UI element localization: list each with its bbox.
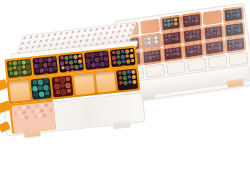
bead xyxy=(18,111,21,114)
bead xyxy=(13,106,16,109)
bead xyxy=(17,61,20,64)
bead xyxy=(60,61,64,65)
compartment xyxy=(223,7,243,23)
bead xyxy=(207,29,209,31)
bead xyxy=(112,56,116,60)
bead xyxy=(237,13,240,16)
bead xyxy=(132,80,136,84)
bead xyxy=(112,51,115,54)
bead xyxy=(194,50,196,52)
bead xyxy=(27,70,30,73)
bead xyxy=(48,63,51,66)
bead xyxy=(31,109,35,113)
compartment xyxy=(140,19,160,35)
bead xyxy=(26,65,30,69)
bead xyxy=(172,34,174,36)
bead xyxy=(171,19,173,21)
bead xyxy=(52,62,56,66)
bead xyxy=(121,55,125,59)
compartment xyxy=(205,40,225,56)
bead xyxy=(44,68,47,71)
compartment xyxy=(58,53,84,72)
bead xyxy=(36,109,39,112)
bead xyxy=(122,71,126,75)
bead xyxy=(74,60,77,63)
compartment xyxy=(95,71,117,93)
bead xyxy=(54,84,59,89)
bead xyxy=(231,29,234,32)
bead xyxy=(104,52,107,55)
bead xyxy=(188,20,191,23)
bead xyxy=(167,19,170,22)
bead xyxy=(49,103,52,106)
bead xyxy=(145,53,147,55)
bead xyxy=(35,104,39,108)
bead xyxy=(233,10,235,12)
bead xyxy=(48,67,52,71)
bead xyxy=(167,23,170,26)
bead xyxy=(100,62,104,66)
bead xyxy=(129,49,132,52)
bead xyxy=(236,44,238,46)
bead xyxy=(59,77,64,82)
bead xyxy=(172,38,174,40)
bead xyxy=(192,20,194,22)
bead xyxy=(165,39,167,41)
bead xyxy=(234,14,236,16)
bead xyxy=(44,103,48,107)
compartment xyxy=(224,22,244,38)
bead xyxy=(126,59,130,63)
bead xyxy=(60,56,63,59)
bead xyxy=(188,16,191,19)
bead xyxy=(176,48,179,51)
bead xyxy=(176,52,179,55)
bead xyxy=(22,65,25,68)
box-foot xyxy=(226,78,245,88)
bead xyxy=(128,80,131,83)
bead xyxy=(185,21,187,23)
bead xyxy=(8,67,12,71)
bead xyxy=(164,24,166,26)
compartment xyxy=(182,13,202,29)
bead xyxy=(118,71,121,74)
bead xyxy=(217,31,220,34)
bead xyxy=(49,108,53,112)
bead xyxy=(175,37,178,40)
bead xyxy=(95,53,98,56)
bead xyxy=(117,60,121,64)
bead xyxy=(42,113,46,117)
bead xyxy=(17,106,21,110)
bead xyxy=(123,81,127,85)
bead xyxy=(117,55,120,58)
bead xyxy=(227,15,229,17)
bead xyxy=(190,50,193,53)
bead xyxy=(43,63,47,67)
bead xyxy=(218,46,221,49)
bead xyxy=(40,109,44,113)
bead xyxy=(229,45,231,47)
bead xyxy=(22,110,26,114)
compartment xyxy=(52,75,74,97)
bead xyxy=(236,9,239,12)
bead xyxy=(144,38,146,40)
bead xyxy=(125,49,129,53)
bead xyxy=(154,36,157,39)
bead xyxy=(22,106,25,109)
bead xyxy=(39,86,43,90)
bead xyxy=(38,114,41,117)
bead xyxy=(149,56,152,59)
bead xyxy=(69,55,72,58)
bead xyxy=(238,28,241,31)
compartment xyxy=(30,78,52,100)
bead xyxy=(18,71,21,74)
bead xyxy=(79,64,82,67)
compartment xyxy=(116,69,138,91)
bead xyxy=(173,53,175,55)
bead xyxy=(122,76,126,80)
bead xyxy=(210,32,213,35)
compartment xyxy=(73,73,95,95)
compartment xyxy=(110,48,136,67)
bead xyxy=(44,79,48,83)
bead xyxy=(228,26,230,28)
bead xyxy=(60,89,65,94)
bead xyxy=(197,49,200,52)
bead xyxy=(45,91,49,95)
compartment xyxy=(32,56,58,75)
bead xyxy=(24,115,28,119)
bead xyxy=(69,60,73,64)
bead xyxy=(229,41,231,43)
bead xyxy=(214,32,216,34)
product-photo-scene xyxy=(0,0,250,179)
bead xyxy=(211,43,214,46)
bead xyxy=(174,22,177,25)
bead xyxy=(65,77,69,81)
bead xyxy=(87,63,90,66)
bead xyxy=(217,27,220,30)
bead xyxy=(156,55,159,58)
bead xyxy=(190,46,193,49)
bead xyxy=(208,48,210,50)
bead xyxy=(74,65,78,69)
bead xyxy=(166,50,168,52)
bead xyxy=(236,40,238,42)
bead xyxy=(131,75,135,79)
bead xyxy=(193,35,195,37)
bead xyxy=(26,105,30,109)
bead xyxy=(65,61,68,64)
bead xyxy=(195,15,198,18)
bead xyxy=(122,60,125,63)
bead xyxy=(169,49,172,52)
bead xyxy=(13,71,17,75)
compartment xyxy=(184,43,204,59)
bead xyxy=(228,30,230,32)
bead xyxy=(237,24,240,27)
bead xyxy=(33,86,38,91)
bead xyxy=(227,11,229,13)
bead xyxy=(211,47,214,50)
bead xyxy=(174,18,177,21)
bead xyxy=(86,58,90,62)
bead xyxy=(235,29,237,31)
bead xyxy=(27,110,30,113)
bead xyxy=(66,89,70,93)
bead xyxy=(33,80,37,84)
compartment xyxy=(141,34,161,50)
bead xyxy=(126,54,129,57)
bead xyxy=(65,83,70,88)
compartment xyxy=(203,10,223,26)
bead xyxy=(53,67,56,70)
bead xyxy=(34,64,38,68)
bead xyxy=(164,20,166,22)
compartment xyxy=(7,59,33,78)
compartment xyxy=(84,51,110,70)
bead xyxy=(189,31,192,34)
bead xyxy=(230,14,233,17)
bead xyxy=(121,50,124,53)
bead xyxy=(130,54,134,58)
bead xyxy=(56,90,60,94)
compartment xyxy=(163,46,183,62)
compartment xyxy=(225,37,245,53)
bead xyxy=(78,54,81,57)
open-organizer-box xyxy=(0,20,150,154)
bead xyxy=(8,62,11,65)
bead xyxy=(70,65,73,68)
bead xyxy=(90,53,94,57)
bead xyxy=(119,81,122,84)
bead xyxy=(100,57,103,60)
compartment xyxy=(11,102,56,134)
bead xyxy=(29,115,32,118)
compartment xyxy=(9,80,31,102)
bead xyxy=(187,51,189,53)
bead xyxy=(171,23,173,25)
bead xyxy=(64,56,68,60)
bead xyxy=(86,54,89,57)
bead xyxy=(232,40,235,43)
bead xyxy=(194,46,196,48)
bead xyxy=(218,42,221,45)
bead xyxy=(13,66,16,69)
bead xyxy=(38,58,42,62)
bead xyxy=(12,61,16,65)
bead xyxy=(196,34,199,37)
bead xyxy=(210,28,213,31)
bead xyxy=(186,32,188,34)
bead xyxy=(166,54,168,56)
bead xyxy=(239,43,242,46)
bead xyxy=(153,56,155,58)
bead xyxy=(22,70,26,74)
bead xyxy=(148,41,151,44)
bead xyxy=(155,51,158,54)
bead xyxy=(60,83,64,87)
bead xyxy=(215,43,217,45)
bead xyxy=(146,57,148,59)
bead xyxy=(239,39,242,42)
bead xyxy=(9,72,12,75)
bead xyxy=(91,63,95,67)
bead xyxy=(96,63,99,66)
bead xyxy=(214,28,216,30)
compartment xyxy=(183,28,203,44)
bead xyxy=(173,49,175,51)
bead xyxy=(99,52,103,56)
bead xyxy=(116,50,120,54)
compartment xyxy=(161,16,181,32)
bead xyxy=(78,59,82,63)
bead xyxy=(39,63,42,66)
bead xyxy=(208,44,210,46)
bead xyxy=(43,58,46,61)
bead xyxy=(26,60,29,63)
bead xyxy=(215,47,217,49)
bead xyxy=(232,44,235,47)
bead xyxy=(168,38,171,41)
bead xyxy=(52,57,55,60)
bead xyxy=(73,55,77,59)
bead xyxy=(113,61,116,64)
bead xyxy=(61,66,64,69)
bead xyxy=(34,92,38,96)
bead xyxy=(145,42,147,44)
bead xyxy=(165,35,167,37)
bead xyxy=(33,114,37,118)
bead xyxy=(65,66,69,70)
bead xyxy=(34,59,37,62)
bead xyxy=(35,69,38,72)
bead xyxy=(21,60,25,64)
bead xyxy=(127,75,130,78)
bead xyxy=(47,58,51,62)
bead xyxy=(17,66,21,70)
bead xyxy=(131,59,134,62)
bead xyxy=(95,58,99,62)
bead xyxy=(192,16,194,18)
bead xyxy=(91,58,94,61)
bead xyxy=(105,62,108,65)
bead xyxy=(39,91,44,96)
bead xyxy=(45,108,48,111)
bead xyxy=(31,105,34,108)
bead xyxy=(148,52,151,55)
bead xyxy=(104,57,108,61)
bead xyxy=(20,116,23,119)
bead xyxy=(54,78,58,82)
bead xyxy=(193,31,195,33)
pink-bead-compartment xyxy=(9,100,56,134)
bead xyxy=(175,33,178,36)
bead xyxy=(131,70,135,74)
bead xyxy=(234,25,236,27)
bead xyxy=(151,37,153,39)
box-foot xyxy=(112,120,131,130)
compartment xyxy=(142,49,162,65)
bead xyxy=(118,76,121,79)
bead xyxy=(231,25,234,28)
bead xyxy=(189,35,192,38)
bead xyxy=(207,33,209,35)
bead xyxy=(186,36,188,38)
compartment xyxy=(204,25,224,41)
bead xyxy=(152,52,154,54)
bead xyxy=(39,68,43,72)
bead xyxy=(127,70,130,73)
bead xyxy=(187,47,189,49)
bead xyxy=(169,53,172,56)
compartment xyxy=(162,31,182,47)
bead xyxy=(44,85,49,90)
bead xyxy=(229,10,232,13)
bead xyxy=(195,19,198,22)
bead xyxy=(38,80,43,85)
bead xyxy=(13,111,17,115)
bead xyxy=(147,37,150,40)
bead xyxy=(168,34,171,37)
bead xyxy=(155,40,158,43)
bead xyxy=(197,45,200,48)
bead xyxy=(40,104,43,107)
bead xyxy=(185,17,187,19)
bead xyxy=(152,41,154,43)
bead xyxy=(196,30,199,33)
bead xyxy=(65,71,69,73)
